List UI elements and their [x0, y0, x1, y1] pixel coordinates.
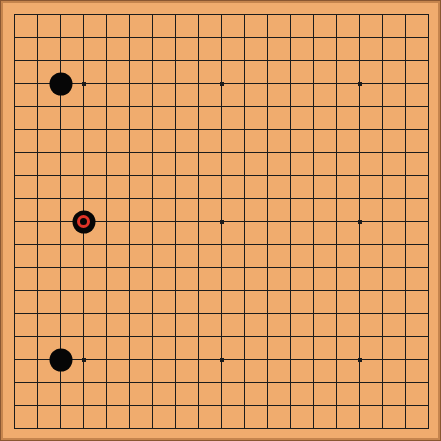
star-point: [220, 358, 224, 362]
board-points-layer: [1, 1, 440, 440]
go-board[interactable]: [0, 0, 441, 441]
star-point: [358, 82, 362, 86]
black-stone-C4[interactable]: [49, 348, 72, 371]
star-point: [220, 220, 224, 224]
star-point: [82, 82, 86, 86]
star-point: [358, 358, 362, 362]
last-move-circle-marker-icon: [77, 215, 90, 228]
black-stone-C16[interactable]: [49, 72, 72, 95]
star-point: [82, 358, 86, 362]
star-point: [220, 82, 224, 86]
star-point: [358, 220, 362, 224]
black-stone-D10[interactable]: [72, 210, 95, 233]
